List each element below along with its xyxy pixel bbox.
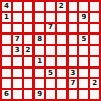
- sudoku-cell-r8c1[interactable]: [2, 79, 11, 88]
- sudoku-cell-r5c2[interactable]: 3: [13, 46, 22, 55]
- sudoku-cell-r1c6[interactable]: 2: [57, 2, 66, 11]
- sudoku-cell-r3c9[interactable]: [90, 24, 99, 33]
- sudoku-cell-r7c9[interactable]: [90, 69, 99, 78]
- sudoku-cell-r4c4[interactable]: 8: [35, 35, 44, 44]
- sudoku-cell-r2c4[interactable]: [35, 13, 44, 22]
- sudoku-cell-r7c3[interactable]: [24, 69, 33, 78]
- sudoku-cell-r3c2[interactable]: [13, 24, 22, 33]
- sudoku-cell-r7c2[interactable]: [13, 69, 22, 78]
- sudoku-cell-r7c8[interactable]: [79, 69, 88, 78]
- sudoku-cell-r2c7[interactable]: [69, 13, 78, 22]
- sudoku-cell-r5c6[interactable]: [57, 46, 66, 55]
- sudoku-cell-r3c6[interactable]: [57, 24, 66, 33]
- sudoku-cell-r2c9[interactable]: [90, 13, 99, 22]
- sudoku-cell-r3c7[interactable]: [69, 24, 78, 33]
- sudoku-cell-r2c1[interactable]: 1: [2, 13, 11, 22]
- sudoku-cell-r1c1[interactable]: 4: [2, 2, 11, 11]
- sudoku-cell-r8c4[interactable]: [35, 79, 44, 88]
- sudoku-cell-r2c6[interactable]: [57, 13, 66, 22]
- sudoku-cell-r4c9[interactable]: [90, 35, 99, 44]
- sudoku-cell-r4c6[interactable]: [57, 35, 66, 44]
- sudoku-cell-r6c5[interactable]: [46, 57, 55, 66]
- sudoku-cell-r6c6[interactable]: [57, 57, 66, 66]
- sudoku-cell-r4c1[interactable]: [2, 35, 11, 44]
- sudoku-cell-r3c8[interactable]: [79, 24, 88, 33]
- sudoku-cell-r3c5[interactable]: 7: [46, 24, 55, 33]
- sudoku-cell-r9c9[interactable]: [90, 90, 99, 99]
- sudoku-board: 42197785321537269: [0, 0, 101, 101]
- sudoku-cell-r1c9[interactable]: [90, 2, 99, 11]
- sudoku-cell-r5c9[interactable]: [90, 46, 99, 55]
- sudoku-cell-r7c4[interactable]: [35, 69, 44, 78]
- sudoku-cell-r9c7[interactable]: [69, 90, 78, 99]
- sudoku-cell-r6c3[interactable]: [24, 57, 33, 66]
- sudoku-cell-r9c6[interactable]: [57, 90, 66, 99]
- sudoku-cell-r4c2[interactable]: 7: [13, 35, 22, 44]
- sudoku-cell-r8c2[interactable]: [13, 79, 22, 88]
- sudoku-cell-r8c6[interactable]: [57, 79, 66, 88]
- sudoku-cell-r4c5[interactable]: [46, 35, 55, 44]
- sudoku-cell-r6c1[interactable]: [2, 57, 11, 66]
- sudoku-cell-r9c4[interactable]: 9: [35, 90, 44, 99]
- sudoku-cell-r9c3[interactable]: [24, 90, 33, 99]
- sudoku-cell-r9c5[interactable]: [46, 90, 55, 99]
- sudoku-cell-r8c3[interactable]: [24, 79, 33, 88]
- sudoku-cell-r3c1[interactable]: [2, 24, 11, 33]
- sudoku-cell-r6c7[interactable]: [69, 57, 78, 66]
- sudoku-cell-r5c7[interactable]: [69, 46, 78, 55]
- sudoku-cell-r5c4[interactable]: [35, 46, 44, 55]
- sudoku-cell-r7c7[interactable]: 3: [69, 69, 78, 78]
- sudoku-cell-r2c8[interactable]: 9: [79, 13, 88, 22]
- sudoku-cell-r3c3[interactable]: [24, 24, 33, 33]
- sudoku-cell-r5c1[interactable]: [2, 46, 11, 55]
- sudoku-cell-r8c7[interactable]: 7: [69, 79, 78, 88]
- sudoku-cell-r4c8[interactable]: 5: [79, 35, 88, 44]
- sudoku-cell-r2c2[interactable]: [13, 13, 22, 22]
- sudoku-cell-r6c9[interactable]: [90, 57, 99, 66]
- sudoku-cell-r6c8[interactable]: [79, 57, 88, 66]
- sudoku-cell-r1c3[interactable]: [24, 2, 33, 11]
- sudoku-cell-r9c8[interactable]: [79, 90, 88, 99]
- sudoku-cell-r4c7[interactable]: [69, 35, 78, 44]
- sudoku-cell-r1c7[interactable]: [69, 2, 78, 11]
- sudoku-cell-r9c2[interactable]: [13, 90, 22, 99]
- sudoku-cell-r7c5[interactable]: 5: [46, 69, 55, 78]
- sudoku-cell-r6c2[interactable]: [13, 57, 22, 66]
- sudoku-cell-r3c4[interactable]: [35, 24, 44, 33]
- sudoku-cell-r7c6[interactable]: [57, 69, 66, 78]
- sudoku-cell-r8c9[interactable]: 2: [90, 79, 99, 88]
- sudoku-cell-r1c2[interactable]: [13, 2, 22, 11]
- sudoku-cell-r4c3[interactable]: [24, 35, 33, 44]
- sudoku-cell-r2c5[interactable]: [46, 13, 55, 22]
- sudoku-cell-r8c8[interactable]: [79, 79, 88, 88]
- sudoku-cell-r5c3[interactable]: 2: [24, 46, 33, 55]
- sudoku-cell-r7c1[interactable]: [2, 69, 11, 78]
- sudoku-cell-r2c3[interactable]: [24, 13, 33, 22]
- sudoku-cell-r6c4[interactable]: 1: [35, 57, 44, 66]
- sudoku-cell-r1c4[interactable]: [35, 2, 44, 11]
- sudoku-cell-r8c5[interactable]: [46, 79, 55, 88]
- sudoku-cell-r9c1[interactable]: 6: [2, 90, 11, 99]
- sudoku-cell-r1c5[interactable]: [46, 2, 55, 11]
- sudoku-cell-r1c8[interactable]: [79, 2, 88, 11]
- sudoku-cell-r5c5[interactable]: [46, 46, 55, 55]
- sudoku-cell-r5c8[interactable]: [79, 46, 88, 55]
